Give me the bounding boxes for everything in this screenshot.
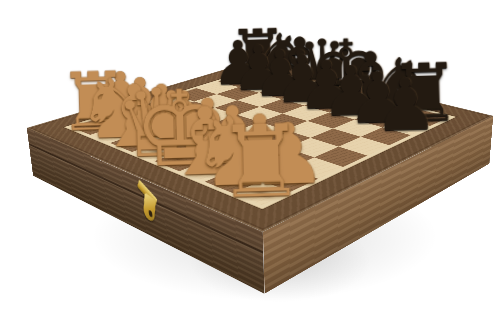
chess-box: ♜♞♝♛♚♝♞♜♟♟♟♟♟♟♟♟♟♟♟♟♟♟♟♟♜♞♝♛♚♝♞♜: [27, 59, 494, 232]
product-photo: ♜♞♝♛♚♝♞♜♟♟♟♟♟♟♟♟♟♟♟♟♟♟♟♟♜♞♝♛♚♝♞♜: [0, 0, 500, 327]
scene: ♜♞♝♛♚♝♞♜♟♟♟♟♟♟♟♟♟♟♟♟♟♟♟♟♜♞♝♛♚♝♞♜: [0, 0, 500, 327]
camera-roll: ♜♞♝♛♚♝♞♜♟♟♟♟♟♟♟♟♟♟♟♟♟♟♟♟♜♞♝♛♚♝♞♜: [0, 0, 500, 327]
